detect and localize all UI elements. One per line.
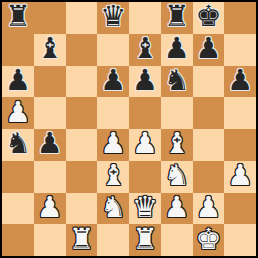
piece-black-pawn[interactable]: ♟ — [5, 66, 31, 95]
square-a1[interactable] — [2, 224, 34, 256]
chess-board: ♜♛♜♚♝♝♟♟♟♟♟♞♟♟♞♟♟♟♝♝♞♟♟♞♛♟♟♜♜♚ — [0, 0, 258, 258]
square-b7[interactable]: ♝ — [34, 34, 66, 66]
square-g3[interactable] — [193, 161, 225, 193]
piece-black-king[interactable]: ♚ — [195, 2, 221, 31]
piece-white-pawn[interactable]: ♟ — [37, 193, 63, 222]
square-h4[interactable] — [224, 129, 256, 161]
square-h6[interactable]: ♟ — [224, 66, 256, 98]
piece-black-bishop[interactable]: ♝ — [37, 34, 63, 63]
square-c5[interactable] — [66, 97, 98, 129]
piece-black-rook[interactable]: ♜ — [5, 2, 31, 31]
square-g6[interactable] — [193, 66, 225, 98]
square-b3[interactable] — [34, 161, 66, 193]
square-c7[interactable] — [66, 34, 98, 66]
square-f3[interactable]: ♞ — [161, 161, 193, 193]
square-c3[interactable] — [66, 161, 98, 193]
piece-white-pawn[interactable]: ♟ — [100, 129, 126, 158]
square-h8[interactable] — [224, 2, 256, 34]
square-g5[interactable] — [193, 97, 225, 129]
square-a4[interactable]: ♞ — [2, 129, 34, 161]
piece-black-knight[interactable]: ♞ — [5, 129, 31, 158]
piece-white-king[interactable]: ♚ — [195, 225, 221, 254]
piece-black-rook[interactable]: ♜ — [164, 2, 190, 31]
square-h3[interactable]: ♟ — [224, 161, 256, 193]
square-c8[interactable] — [66, 2, 98, 34]
square-c1[interactable]: ♜ — [66, 224, 98, 256]
square-c2[interactable] — [66, 193, 98, 225]
square-f8[interactable]: ♜ — [161, 2, 193, 34]
square-b5[interactable] — [34, 97, 66, 129]
piece-black-pawn[interactable]: ♟ — [227, 66, 253, 95]
square-g7[interactable]: ♟ — [193, 34, 225, 66]
piece-black-pawn[interactable]: ♟ — [195, 34, 221, 63]
square-b4[interactable]: ♟ — [34, 129, 66, 161]
square-a7[interactable] — [2, 34, 34, 66]
square-g4[interactable] — [193, 129, 225, 161]
square-e2[interactable]: ♛ — [129, 193, 161, 225]
square-e3[interactable] — [129, 161, 161, 193]
square-b8[interactable] — [34, 2, 66, 34]
square-b2[interactable]: ♟ — [34, 193, 66, 225]
piece-black-pawn[interactable]: ♟ — [132, 66, 158, 95]
square-f7[interactable]: ♟ — [161, 34, 193, 66]
square-f1[interactable] — [161, 224, 193, 256]
square-c6[interactable] — [66, 66, 98, 98]
piece-white-queen[interactable]: ♛ — [132, 193, 158, 222]
piece-black-bishop[interactable]: ♝ — [132, 34, 158, 63]
piece-white-pawn[interactable]: ♟ — [195, 193, 221, 222]
piece-white-rook[interactable]: ♜ — [68, 225, 94, 254]
square-b1[interactable] — [34, 224, 66, 256]
square-e4[interactable]: ♟ — [129, 129, 161, 161]
square-a3[interactable] — [2, 161, 34, 193]
square-f6[interactable]: ♞ — [161, 66, 193, 98]
piece-white-pawn[interactable]: ♟ — [164, 193, 190, 222]
square-e1[interactable]: ♜ — [129, 224, 161, 256]
square-h7[interactable] — [224, 34, 256, 66]
piece-white-rook[interactable]: ♜ — [132, 225, 158, 254]
piece-white-pawn[interactable]: ♟ — [227, 161, 253, 190]
square-a2[interactable] — [2, 193, 34, 225]
square-d1[interactable] — [97, 224, 129, 256]
square-e7[interactable]: ♝ — [129, 34, 161, 66]
piece-black-pawn[interactable]: ♟ — [164, 34, 190, 63]
piece-black-pawn[interactable]: ♟ — [37, 129, 63, 158]
piece-white-bishop[interactable]: ♝ — [164, 129, 190, 158]
piece-white-pawn[interactable]: ♟ — [5, 98, 31, 127]
piece-black-pawn[interactable]: ♟ — [100, 66, 126, 95]
square-c4[interactable] — [66, 129, 98, 161]
square-g8[interactable]: ♚ — [193, 2, 225, 34]
piece-white-knight[interactable]: ♞ — [164, 161, 190, 190]
piece-white-pawn[interactable]: ♟ — [132, 129, 158, 158]
square-a5[interactable]: ♟ — [2, 97, 34, 129]
square-e6[interactable]: ♟ — [129, 66, 161, 98]
square-d8[interactable]: ♛ — [97, 2, 129, 34]
square-h5[interactable] — [224, 97, 256, 129]
square-d6[interactable]: ♟ — [97, 66, 129, 98]
square-g2[interactable]: ♟ — [193, 193, 225, 225]
square-h1[interactable] — [224, 224, 256, 256]
square-f5[interactable] — [161, 97, 193, 129]
piece-white-knight[interactable]: ♞ — [100, 193, 126, 222]
piece-black-queen[interactable]: ♛ — [100, 2, 126, 31]
square-h2[interactable] — [224, 193, 256, 225]
square-a6[interactable]: ♟ — [2, 66, 34, 98]
square-g1[interactable]: ♚ — [193, 224, 225, 256]
square-e5[interactable] — [129, 97, 161, 129]
square-d3[interactable]: ♝ — [97, 161, 129, 193]
square-b6[interactable] — [34, 66, 66, 98]
square-f4[interactable]: ♝ — [161, 129, 193, 161]
piece-white-bishop[interactable]: ♝ — [100, 161, 126, 190]
square-d5[interactable] — [97, 97, 129, 129]
square-d4[interactable]: ♟ — [97, 129, 129, 161]
square-e8[interactable] — [129, 2, 161, 34]
square-a8[interactable]: ♜ — [2, 2, 34, 34]
square-d2[interactable]: ♞ — [97, 193, 129, 225]
square-d7[interactable] — [97, 34, 129, 66]
piece-black-knight[interactable]: ♞ — [164, 66, 190, 95]
square-f2[interactable]: ♟ — [161, 193, 193, 225]
